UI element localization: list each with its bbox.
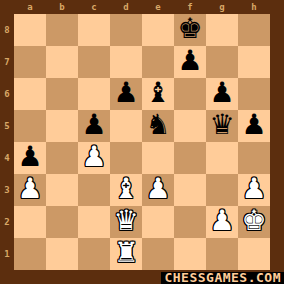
- square-f4[interactable]: [174, 142, 206, 174]
- black-queen-g5: ♛: [209, 111, 234, 139]
- square-g4[interactable]: [206, 142, 238, 174]
- white-bishop-d3: ♝: [113, 175, 138, 203]
- square-a8[interactable]: [14, 14, 46, 46]
- square-f7[interactable]: ♟: [174, 46, 206, 78]
- square-e4[interactable]: [142, 142, 174, 174]
- square-a1[interactable]: [14, 238, 46, 270]
- white-queen-d2: ♛: [113, 207, 138, 235]
- white-pawn-e3: ♟: [145, 175, 170, 203]
- rank-label-3: 3: [0, 174, 14, 206]
- square-d5[interactable]: [110, 110, 142, 142]
- square-h8[interactable]: [238, 14, 270, 46]
- square-a2[interactable]: [14, 206, 46, 238]
- square-f5[interactable]: [174, 110, 206, 142]
- square-e6[interactable]: ♝: [142, 78, 174, 110]
- square-h3[interactable]: ♟: [238, 174, 270, 206]
- square-g7[interactable]: [206, 46, 238, 78]
- white-pawn-a3: ♟: [17, 175, 42, 203]
- square-c5[interactable]: ♟: [78, 110, 110, 142]
- square-c8[interactable]: [78, 14, 110, 46]
- square-f6[interactable]: [174, 78, 206, 110]
- square-b5[interactable]: [46, 110, 78, 142]
- rank-labels: 87654321: [0, 14, 14, 270]
- square-a7[interactable]: [14, 46, 46, 78]
- square-g8[interactable]: [206, 14, 238, 46]
- chess-diagram: abcdefgh 87654321 ♚♟♟♝♟♟♞♛♟♟♟♟♝♟♟♛♟♚♜ CH…: [0, 0, 284, 284]
- white-rook-d1: ♜: [113, 239, 138, 267]
- square-f2[interactable]: [174, 206, 206, 238]
- file-label-b: b: [46, 0, 78, 14]
- square-a4[interactable]: ♟: [14, 142, 46, 174]
- square-b7[interactable]: [46, 46, 78, 78]
- square-e2[interactable]: [142, 206, 174, 238]
- file-labels: abcdefgh: [14, 0, 270, 14]
- square-a6[interactable]: [14, 78, 46, 110]
- square-c1[interactable]: [78, 238, 110, 270]
- black-pawn-d6: ♟: [113, 79, 138, 107]
- black-pawn-f7: ♟: [177, 47, 202, 75]
- white-king-h2: ♚: [241, 207, 266, 235]
- black-bishop-e6: ♝: [145, 79, 170, 107]
- rank-label-1: 1: [0, 238, 14, 270]
- rank-label-7: 7: [0, 46, 14, 78]
- square-b4[interactable]: [46, 142, 78, 174]
- square-g5[interactable]: ♛: [206, 110, 238, 142]
- square-d3[interactable]: ♝: [110, 174, 142, 206]
- square-e8[interactable]: [142, 14, 174, 46]
- white-pawn-g2: ♟: [209, 207, 234, 235]
- rank-label-6: 6: [0, 78, 14, 110]
- square-h5[interactable]: ♟: [238, 110, 270, 142]
- rank-label-5: 5: [0, 110, 14, 142]
- file-label-d: d: [110, 0, 142, 14]
- rank-label-4: 4: [0, 142, 14, 174]
- square-d6[interactable]: ♟: [110, 78, 142, 110]
- square-c7[interactable]: [78, 46, 110, 78]
- black-pawn-a4: ♟: [17, 143, 42, 171]
- square-b1[interactable]: [46, 238, 78, 270]
- square-e3[interactable]: ♟: [142, 174, 174, 206]
- square-d2[interactable]: ♛: [110, 206, 142, 238]
- square-d4[interactable]: [110, 142, 142, 174]
- square-h7[interactable]: [238, 46, 270, 78]
- square-e5[interactable]: ♞: [142, 110, 174, 142]
- square-c4[interactable]: ♟: [78, 142, 110, 174]
- square-f3[interactable]: [174, 174, 206, 206]
- file-label-c: c: [78, 0, 110, 14]
- black-pawn-c5: ♟: [81, 111, 106, 139]
- square-f1[interactable]: [174, 238, 206, 270]
- square-g6[interactable]: ♟: [206, 78, 238, 110]
- file-label-a: a: [14, 0, 46, 14]
- square-h1[interactable]: [238, 238, 270, 270]
- square-f8[interactable]: ♚: [174, 14, 206, 46]
- square-e1[interactable]: [142, 238, 174, 270]
- black-king-f8: ♚: [177, 15, 202, 43]
- square-b3[interactable]: [46, 174, 78, 206]
- square-g2[interactable]: ♟: [206, 206, 238, 238]
- white-pawn-c4: ♟: [81, 143, 106, 171]
- black-pawn-h5: ♟: [241, 111, 266, 139]
- chessgames-watermark: CHESSGAMES.COM: [161, 272, 284, 284]
- square-d1[interactable]: ♜: [110, 238, 142, 270]
- square-c2[interactable]: [78, 206, 110, 238]
- black-pawn-g6: ♟: [209, 79, 234, 107]
- square-b2[interactable]: [46, 206, 78, 238]
- square-g3[interactable]: [206, 174, 238, 206]
- square-h6[interactable]: [238, 78, 270, 110]
- white-pawn-h3: ♟: [241, 175, 266, 203]
- square-d7[interactable]: [110, 46, 142, 78]
- square-c3[interactable]: [78, 174, 110, 206]
- square-a5[interactable]: [14, 110, 46, 142]
- black-knight-e5: ♞: [145, 111, 170, 139]
- square-c6[interactable]: [78, 78, 110, 110]
- square-g1[interactable]: [206, 238, 238, 270]
- rank-label-2: 2: [0, 206, 14, 238]
- file-label-e: e: [142, 0, 174, 14]
- rank-label-8: 8: [0, 14, 14, 46]
- chessboard: ♚♟♟♝♟♟♞♛♟♟♟♟♝♟♟♛♟♚♜: [14, 14, 270, 270]
- square-b6[interactable]: [46, 78, 78, 110]
- square-h2[interactable]: ♚: [238, 206, 270, 238]
- file-label-h: h: [238, 0, 270, 14]
- square-h4[interactable]: [238, 142, 270, 174]
- square-e7[interactable]: [142, 46, 174, 78]
- square-b8[interactable]: [46, 14, 78, 46]
- square-a3[interactable]: ♟: [14, 174, 46, 206]
- file-label-g: g: [206, 0, 238, 14]
- square-d8[interactable]: [110, 14, 142, 46]
